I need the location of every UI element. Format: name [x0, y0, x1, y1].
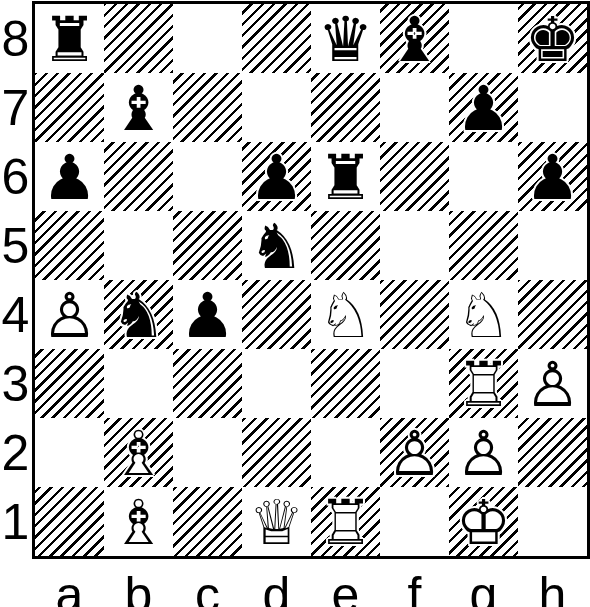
rank-label-1: 1: [0, 487, 31, 556]
rank-label-8: 8: [0, 4, 31, 73]
piece-white-rook[interactable]: ♖: [311, 488, 380, 557]
square-d8[interactable]: [242, 4, 311, 73]
black-rook-fill: ♜: [35, 5, 104, 74]
piece-black-king[interactable]: ♚: [518, 5, 587, 74]
square-c7[interactable]: [173, 73, 242, 142]
white-queen-fill: ♛: [242, 488, 311, 557]
square-g5[interactable]: [449, 211, 518, 280]
square-c6[interactable]: [173, 142, 242, 211]
piece-black-pawn[interactable]: ♟: [173, 281, 242, 350]
black-pawn-fill: ♟: [173, 281, 242, 350]
file-label-c: c: [173, 560, 242, 607]
white-king-fill: ♚: [449, 488, 518, 557]
black-rook-fill: ♜: [311, 143, 380, 212]
square-d2[interactable]: [242, 418, 311, 487]
square-a3[interactable]: [35, 349, 104, 418]
piece-white-knight[interactable]: ♘: [449, 281, 518, 350]
square-d4[interactable]: [242, 280, 311, 349]
square-f8[interactable]: ♝♝: [380, 4, 449, 73]
piece-white-pawn[interactable]: ♙: [518, 350, 587, 419]
file-label-b: b: [104, 560, 173, 607]
white-rook-fill: ♜: [449, 350, 518, 419]
square-a6[interactable]: ♟♟: [35, 142, 104, 211]
square-f4[interactable]: [380, 280, 449, 349]
rank-label-4: 4: [0, 280, 31, 349]
square-h8[interactable]: ♚♚: [518, 4, 587, 73]
square-b8[interactable]: [104, 4, 173, 73]
square-g6[interactable]: [449, 142, 518, 211]
square-h4[interactable]: [518, 280, 587, 349]
file-label-f: f: [380, 560, 449, 607]
piece-black-pawn[interactable]: ♟: [449, 74, 518, 143]
square-b2[interactable]: ♝♗: [104, 418, 173, 487]
piece-white-pawn[interactable]: ♙: [35, 281, 104, 350]
piece-black-pawn[interactable]: ♟: [518, 143, 587, 212]
square-f1[interactable]: [380, 487, 449, 556]
piece-white-bishop[interactable]: ♗: [104, 419, 173, 488]
piece-white-queen[interactable]: ♕: [242, 488, 311, 557]
white-bishop-fill: ♝: [104, 419, 173, 488]
black-bishop-fill: ♝: [380, 5, 449, 74]
black-pawn-fill: ♟: [35, 143, 104, 212]
square-a1[interactable]: [35, 487, 104, 556]
square-e5[interactable]: [311, 211, 380, 280]
square-g4[interactable]: ♞♘: [449, 280, 518, 349]
piece-black-rook[interactable]: ♜: [311, 143, 380, 212]
white-knight-fill: ♞: [449, 281, 518, 350]
square-b4[interactable]: ♞♞: [104, 280, 173, 349]
square-e1[interactable]: ♜♖: [311, 487, 380, 556]
rank-label-7: 7: [0, 73, 31, 142]
square-e7[interactable]: [311, 73, 380, 142]
square-d3[interactable]: [242, 349, 311, 418]
white-pawn-fill: ♟: [380, 419, 449, 488]
piece-black-queen[interactable]: ♛: [311, 5, 380, 74]
square-b1[interactable]: ♝♗: [104, 487, 173, 556]
piece-black-bishop[interactable]: ♝: [104, 74, 173, 143]
square-a8[interactable]: ♜♜: [35, 4, 104, 73]
file-label-d: d: [242, 560, 311, 607]
square-e4[interactable]: ♞♘: [311, 280, 380, 349]
white-pawn-fill: ♟: [518, 350, 587, 419]
square-d5[interactable]: ♞♞: [242, 211, 311, 280]
black-queen-fill: ♛: [311, 5, 380, 74]
rank-label-3: 3: [0, 349, 31, 418]
square-c2[interactable]: [173, 418, 242, 487]
square-d7[interactable]: [242, 73, 311, 142]
piece-black-knight[interactable]: ♞: [242, 212, 311, 281]
file-label-a: a: [35, 560, 104, 607]
black-pawn-fill: ♟: [518, 143, 587, 212]
square-d6[interactable]: ♟♟: [242, 142, 311, 211]
white-pawn-fill: ♟: [35, 281, 104, 350]
piece-white-king[interactable]: ♔: [449, 488, 518, 557]
square-e2[interactable]: [311, 418, 380, 487]
square-e8[interactable]: ♛♛: [311, 4, 380, 73]
square-a7[interactable]: [35, 73, 104, 142]
piece-white-bishop[interactable]: ♗: [104, 488, 173, 557]
white-pawn-fill: ♟: [449, 419, 518, 488]
square-f7[interactable]: [380, 73, 449, 142]
rank-labels: 8 7 6 5 4 3 2 1: [0, 4, 31, 556]
square-b6[interactable]: [104, 142, 173, 211]
piece-black-pawn[interactable]: ♟: [35, 143, 104, 212]
black-pawn-fill: ♟: [242, 143, 311, 212]
square-c1[interactable]: [173, 487, 242, 556]
piece-white-pawn[interactable]: ♙: [449, 419, 518, 488]
file-label-g: g: [449, 560, 518, 607]
square-d1[interactable]: ♛♕: [242, 487, 311, 556]
square-h5[interactable]: [518, 211, 587, 280]
black-knight-fill: ♞: [242, 212, 311, 281]
piece-black-knight[interactable]: ♞: [104, 281, 173, 350]
rank-label-2: 2: [0, 418, 31, 487]
piece-black-rook[interactable]: ♜: [35, 5, 104, 74]
chess-board: ♜♜♛♛♝♝♚♚♝♝♟♟♟♟♟♟♜♜♟♟♞♞♟♙♞♞♟♟♞♘♞♘♜♖♟♙♝♗♟♙…: [32, 1, 590, 559]
square-h6[interactable]: ♟♟: [518, 142, 587, 211]
black-king-fill: ♚: [518, 5, 587, 74]
black-bishop-fill: ♝: [104, 74, 173, 143]
square-b3[interactable]: [104, 349, 173, 418]
piece-black-pawn[interactable]: ♟: [242, 143, 311, 212]
square-h3[interactable]: ♟♙: [518, 349, 587, 418]
square-g8[interactable]: [449, 4, 518, 73]
square-e6[interactable]: ♜♜: [311, 142, 380, 211]
square-f3[interactable]: [380, 349, 449, 418]
chess-diagram: 8 7 6 5 4 3 2 1 ♜♜♛♛♝♝♚♚♝♝♟♟♟♟♟♟♜♜♟♟♞♞♟♙…: [0, 0, 590, 607]
black-knight-fill: ♞: [104, 281, 173, 350]
square-f5[interactable]: [380, 211, 449, 280]
white-bishop-fill: ♝: [104, 488, 173, 557]
square-g3[interactable]: ♜♖: [449, 349, 518, 418]
square-c4[interactable]: ♟♟: [173, 280, 242, 349]
square-h1[interactable]: [518, 487, 587, 556]
square-c8[interactable]: [173, 4, 242, 73]
square-b5[interactable]: [104, 211, 173, 280]
piece-black-bishop[interactable]: ♝: [380, 5, 449, 74]
square-c5[interactable]: [173, 211, 242, 280]
square-h2[interactable]: [518, 418, 587, 487]
square-a4[interactable]: ♟♙: [35, 280, 104, 349]
file-label-e: e: [311, 560, 380, 607]
piece-white-knight[interactable]: ♘: [311, 281, 380, 350]
square-a5[interactable]: [35, 211, 104, 280]
piece-white-rook[interactable]: ♖: [449, 350, 518, 419]
square-e3[interactable]: [311, 349, 380, 418]
rank-label-5: 5: [0, 211, 31, 280]
square-f6[interactable]: [380, 142, 449, 211]
rank-label-6: 6: [0, 142, 31, 211]
square-g2[interactable]: ♟♙: [449, 418, 518, 487]
square-g7[interactable]: ♟♟: [449, 73, 518, 142]
square-h7[interactable]: [518, 73, 587, 142]
square-f2[interactable]: ♟♙: [380, 418, 449, 487]
white-rook-fill: ♜: [311, 488, 380, 557]
file-label-h: h: [518, 560, 587, 607]
square-b7[interactable]: ♝♝: [104, 73, 173, 142]
white-knight-fill: ♞: [311, 281, 380, 350]
square-a2[interactable]: [35, 418, 104, 487]
square-c3[interactable]: [173, 349, 242, 418]
black-pawn-fill: ♟: [449, 74, 518, 143]
piece-white-pawn[interactable]: ♙: [380, 419, 449, 488]
file-labels: a b c d e f g h: [35, 560, 587, 607]
square-g1[interactable]: ♚♔: [449, 487, 518, 556]
